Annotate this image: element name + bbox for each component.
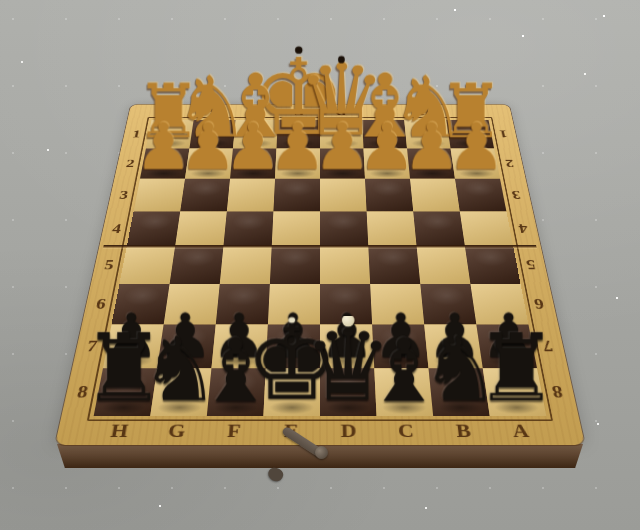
rank-label-4-right: 4	[506, 211, 540, 246]
chess-board: ♜♞♝♚♛♝♞♜♟♟♟♟♟♟♟♟♟♟♟♟♟♟♟♟♜♞♝♚♛♝♞♜ HHGGFFE…	[55, 105, 585, 445]
file-label-d-near: D	[320, 418, 378, 443]
file-label-g-near: G	[146, 418, 206, 443]
file-label-a-near: A	[490, 418, 552, 443]
clasp-hook	[266, 465, 285, 484]
black-bishop-f8[interactable]: ♝	[197, 327, 275, 414]
file-label-d-far: D	[320, 105, 362, 119]
file-label-g-far: G	[194, 105, 237, 119]
clasp-pivot	[315, 446, 328, 459]
file-label-c-near: C	[377, 418, 436, 443]
file-label-b-near: B	[433, 418, 493, 443]
file-label-f-near: F	[204, 418, 263, 443]
black-bishop-c8[interactable]: ♝	[365, 327, 443, 414]
file-label-f-far: F	[236, 105, 279, 119]
chess-set-photo: ♜♞♝♚♛♝♞♜♟♟♟♟♟♟♟♟♟♟♟♟♟♟♟♟♜♞♝♚♛♝♞♜ HHGGFFE…	[0, 0, 640, 530]
file-label-b-far: B	[403, 105, 446, 119]
rank-label-1-right: 1	[489, 120, 519, 148]
fold-seam	[103, 245, 537, 247]
finial-dot-dark	[338, 56, 345, 63]
rank-label-5-right: 5	[513, 246, 549, 284]
file-label-h-far: H	[152, 105, 196, 119]
finial-ball-ivory	[342, 314, 355, 327]
clasp-latch	[266, 444, 330, 486]
rank-label-3-right: 3	[500, 179, 533, 212]
file-label-c-far: C	[361, 105, 404, 119]
finial-dot-ivory	[289, 317, 295, 323]
file-label-a-far: A	[444, 105, 488, 119]
rank-label-2-right: 2	[494, 148, 526, 178]
file-label-h-near: H	[88, 418, 150, 443]
file-label-e-far: E	[278, 105, 320, 119]
